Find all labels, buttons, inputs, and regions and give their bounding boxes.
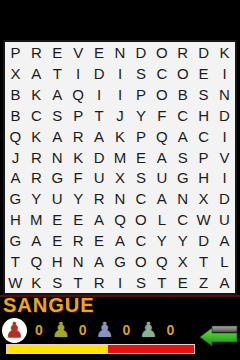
grid-cell[interactable]: H xyxy=(47,251,68,272)
back-button[interactable] xyxy=(200,324,238,348)
grid-cell[interactable]: S xyxy=(172,147,193,168)
grid-cell[interactable]: I xyxy=(110,84,131,105)
grid-cell[interactable]: R xyxy=(89,272,110,293)
grid-cell[interactable]: U xyxy=(214,209,235,230)
grid-cell[interactable]: C xyxy=(193,126,214,147)
grid-cell[interactable]: G xyxy=(110,251,131,272)
grid-cell[interactable]: I xyxy=(68,63,89,84)
progress-red-segment xyxy=(108,345,194,353)
grid-cell[interactable]: K xyxy=(26,126,47,147)
grid-cell[interactable]: T xyxy=(151,272,172,293)
grid-cell[interactable]: A xyxy=(172,126,193,147)
grid-cell[interactable]: E xyxy=(130,147,151,168)
grid-cell[interactable]: I xyxy=(110,63,131,84)
grid-cell[interactable]: R xyxy=(26,147,47,168)
grid-cell[interactable]: X xyxy=(172,251,193,272)
grid-cell[interactable]: C xyxy=(172,209,193,230)
status-bar xyxy=(0,0,240,40)
grid-cell[interactable]: T xyxy=(68,272,89,293)
grid-cell[interactable]: E xyxy=(89,230,110,251)
grid-cell[interactable]: Z xyxy=(193,272,214,293)
grid-cell[interactable]: H xyxy=(193,105,214,126)
grid-cell[interactable]: K xyxy=(110,126,131,147)
grid-cell[interactable]: R xyxy=(26,42,47,63)
grid-cell[interactable]: N xyxy=(172,188,193,209)
grid-cell[interactable]: M xyxy=(110,147,131,168)
grid-cell[interactable]: Y xyxy=(172,230,193,251)
grid-cell[interactable]: Y xyxy=(130,105,151,126)
grid-cell[interactable]: B xyxy=(5,105,26,126)
grid-cell[interactable]: N xyxy=(47,147,68,168)
grid-cell[interactable]: I xyxy=(89,84,110,105)
grid-cell[interactable]: S xyxy=(193,84,214,105)
grid-cell[interactable]: Q xyxy=(26,251,47,272)
player-score-green: 0 xyxy=(166,322,174,338)
grid-cell[interactable]: A xyxy=(89,209,110,230)
grid-cell[interactable]: Y xyxy=(151,230,172,251)
score-row: ♟0♟0♟0♟0 xyxy=(2,316,174,344)
grid-cell[interactable]: T xyxy=(89,105,110,126)
yellow-pawn-icon: ♟ xyxy=(51,320,70,341)
player-pawn-blue[interactable]: ♟ xyxy=(95,317,115,343)
grid-cell[interactable]: R xyxy=(26,167,47,188)
grid-cell[interactable]: U xyxy=(89,167,110,188)
grid-cell[interactable]: N xyxy=(110,188,131,209)
grid-cell[interactable]: A xyxy=(89,126,110,147)
grid-cell[interactable]: F xyxy=(151,105,172,126)
grid-cell[interactable]: E xyxy=(47,209,68,230)
grid-cell[interactable]: Y xyxy=(26,188,47,209)
grid-cell[interactable]: W xyxy=(193,209,214,230)
player-pawn-yellow[interactable]: ♟ xyxy=(51,317,71,343)
grid-cell[interactable]: O xyxy=(172,63,193,84)
grid-cell[interactable]: E xyxy=(89,42,110,63)
grid-cell[interactable]: D xyxy=(89,147,110,168)
grid-cell[interactable]: P xyxy=(5,42,26,63)
grid-cell[interactable]: Y xyxy=(68,188,89,209)
grid-cell[interactable]: K xyxy=(26,272,47,293)
player-score-red: 0 xyxy=(35,322,43,338)
grid-cell[interactable]: C xyxy=(172,105,193,126)
grid-cell[interactable]: X xyxy=(193,188,214,209)
grid-cell[interactable]: G xyxy=(5,230,26,251)
green-left-arrow-icon xyxy=(200,324,238,348)
grid-cell[interactable]: X xyxy=(5,63,26,84)
grid-cell[interactable]: A xyxy=(5,167,26,188)
grid-cell[interactable]: S xyxy=(47,272,68,293)
grid-cell[interactable]: Q xyxy=(68,84,89,105)
grid-cell[interactable]: A xyxy=(89,251,110,272)
word-search-grid[interactable]: PREVENDORDKXATIDISCOEIBKAQIIPOBSNBCSPTJY… xyxy=(3,40,237,295)
grid-cell[interactable]: O xyxy=(130,251,151,272)
grid-cell[interactable]: N xyxy=(214,84,235,105)
grid-cell[interactable]: Q xyxy=(151,251,172,272)
grid-cell[interactable]: J xyxy=(110,105,131,126)
grid-cell[interactable]: S xyxy=(130,63,151,84)
grid-cell[interactable]: C xyxy=(26,105,47,126)
grid-cell[interactable]: W xyxy=(5,272,26,293)
player-score-blue: 0 xyxy=(123,322,131,338)
green-pawn-icon: ♟ xyxy=(139,320,158,341)
player-pawn-red[interactable]: ♟ xyxy=(2,318,27,343)
grid-cell[interactable]: N xyxy=(68,251,89,272)
grid-cell[interactable]: G xyxy=(47,167,68,188)
grid-cell[interactable]: D xyxy=(193,230,214,251)
grid-cell[interactable]: A xyxy=(214,230,235,251)
grid-cell[interactable]: F xyxy=(68,167,89,188)
grid-cell[interactable]: C xyxy=(130,188,151,209)
grid-cell[interactable]: S xyxy=(130,167,151,188)
grid-cell[interactable]: M xyxy=(26,209,47,230)
grid-cell[interactable]: R xyxy=(68,126,89,147)
grid-cell[interactable]: D xyxy=(130,42,151,63)
progress-yellow-segment xyxy=(7,345,108,353)
player-score-yellow: 0 xyxy=(79,322,87,338)
grid-cell[interactable]: H xyxy=(5,209,26,230)
grid-cell[interactable]: A xyxy=(110,230,131,251)
grid-cell[interactable]: D xyxy=(214,105,235,126)
grid-cell[interactable]: I xyxy=(214,63,235,84)
grid-cell[interactable]: L xyxy=(151,209,172,230)
grid-cell[interactable]: K xyxy=(68,147,89,168)
target-word: SANGUE xyxy=(3,294,95,317)
grid-cell[interactable]: V xyxy=(214,147,235,168)
blue-pawn-icon: ♟ xyxy=(95,320,114,341)
grid-cell[interactable]: D xyxy=(193,42,214,63)
app-screen: PREVENDORDKXATIDISCOEIBKAQIIPOBSNBCSPTJY… xyxy=(0,0,240,360)
grid-cell[interactable]: T xyxy=(193,251,214,272)
progress-bar xyxy=(6,344,195,354)
grid-cell[interactable]: U xyxy=(151,167,172,188)
grid-cell[interactable]: O xyxy=(151,84,172,105)
grid-cell[interactable]: Q xyxy=(5,126,26,147)
grid-cell[interactable]: X xyxy=(110,167,131,188)
grid-cell[interactable]: A xyxy=(26,63,47,84)
grid-cell[interactable]: A xyxy=(26,230,47,251)
grid-cell[interactable]: K xyxy=(214,42,235,63)
grid-cell[interactable]: N xyxy=(110,42,131,63)
grid-cell[interactable]: A xyxy=(151,188,172,209)
grid-cell[interactable]: D xyxy=(89,63,110,84)
grid-cell[interactable]: S xyxy=(130,272,151,293)
grid-cell[interactable]: O xyxy=(130,209,151,230)
grid-cell[interactable]: H xyxy=(193,167,214,188)
grid-cell[interactable]: E xyxy=(47,230,68,251)
grid-cell[interactable]: P xyxy=(130,126,151,147)
grid-cell[interactable]: A xyxy=(214,272,235,293)
grid-cell[interactable]: D xyxy=(214,188,235,209)
grid-cell[interactable]: G xyxy=(5,188,26,209)
grid-cell[interactable]: G xyxy=(172,167,193,188)
grid-cell[interactable]: C xyxy=(151,63,172,84)
grid-cell[interactable]: E xyxy=(193,63,214,84)
grid-cell[interactable]: J xyxy=(5,147,26,168)
grid-cell[interactable]: P xyxy=(193,147,214,168)
grid-cell[interactable]: P xyxy=(68,105,89,126)
grid-cell[interactable]: O xyxy=(151,42,172,63)
grid-cell[interactable]: Q xyxy=(151,126,172,147)
grid-cell[interactable]: A xyxy=(47,126,68,147)
grid-cell[interactable]: T xyxy=(47,63,68,84)
grid-cell[interactable]: S xyxy=(47,105,68,126)
grid-cell[interactable]: E xyxy=(47,42,68,63)
grid-cell[interactable]: L xyxy=(214,251,235,272)
grid-cell[interactable]: B xyxy=(172,84,193,105)
grid-cell[interactable]: R xyxy=(89,188,110,209)
grid-cell[interactable]: B xyxy=(5,84,26,105)
grid-cell[interactable]: I xyxy=(214,167,235,188)
grid-cell[interactable]: E xyxy=(68,209,89,230)
grid-cell[interactable]: Q xyxy=(110,209,131,230)
grid-cell[interactable]: C xyxy=(130,230,151,251)
grid-cell[interactable]: E xyxy=(172,272,193,293)
grid-cell[interactable]: T xyxy=(5,251,26,272)
grid-cell[interactable]: U xyxy=(47,188,68,209)
grid-cell[interactable]: R xyxy=(172,42,193,63)
grid-cell[interactable]: A xyxy=(47,84,68,105)
grid-cell[interactable]: V xyxy=(68,42,89,63)
player-pawn-green[interactable]: ♟ xyxy=(138,317,158,343)
grid-cell[interactable]: P xyxy=(130,84,151,105)
grid-cell[interactable]: I xyxy=(214,126,235,147)
grid-cell[interactable]: I xyxy=(110,272,131,293)
grid-cell[interactable]: R xyxy=(68,230,89,251)
red-pawn-icon: ♟ xyxy=(5,320,24,341)
grid-cell[interactable]: K xyxy=(26,84,47,105)
grid-cell[interactable]: A xyxy=(151,147,172,168)
